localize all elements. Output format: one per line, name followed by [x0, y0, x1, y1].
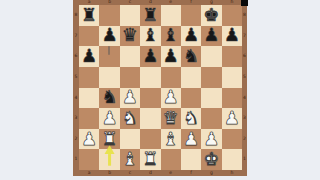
square-e3[interactable]: ♛ [161, 108, 181, 129]
square-g5[interactable] [201, 67, 221, 88]
square-a4[interactable] [79, 88, 99, 109]
square-e4[interactable]: ♟ [161, 88, 181, 109]
black-rook-d8[interactable]: ♜ [142, 6, 158, 25]
corner-marker [241, 0, 248, 6]
square-h7[interactable]: ♟ [222, 26, 242, 47]
white-pawn-h3[interactable]: ♟ [224, 109, 240, 128]
black-pawn-b7[interactable]: ♟ [101, 26, 117, 45]
white-king-g1[interactable]: ♚ [203, 150, 219, 169]
square-a3[interactable] [79, 108, 99, 129]
rank-label-2-right: 2 [242, 129, 247, 150]
white-bishop-e2[interactable]: ♝ [163, 130, 179, 149]
square-a7[interactable] [79, 26, 99, 47]
file-label-f-bottom: f [181, 170, 201, 176]
white-pawn-b3[interactable]: ♟ [101, 109, 117, 128]
rank-label-6-right: 6 [242, 46, 247, 67]
rank-label-3-right: 3 [242, 108, 247, 129]
square-d3[interactable] [140, 108, 160, 129]
square-f2[interactable]: ♟ [181, 129, 201, 150]
square-c3[interactable]: ♞ [120, 108, 140, 129]
square-d8[interactable]: ♜ [140, 5, 160, 26]
square-g2[interactable]: ♟ [201, 129, 221, 150]
black-pawn-a6[interactable]: ♟ [81, 47, 97, 66]
square-b3[interactable]: ♟ [99, 108, 119, 129]
white-pawn-g2[interactable]: ♟ [203, 130, 219, 149]
square-g8[interactable]: ♚ [201, 5, 221, 26]
black-rook-a8[interactable]: ♜ [81, 6, 97, 25]
square-d5[interactable] [140, 67, 160, 88]
square-f4[interactable] [181, 88, 201, 109]
file-label-e-bottom: e [161, 170, 181, 176]
rank-label-4-right: 4 [242, 88, 247, 109]
square-f6[interactable]: ♞ [181, 46, 201, 67]
black-pawn-g7[interactable]: ♟ [203, 26, 219, 45]
square-e6[interactable]: ♟ [161, 46, 181, 67]
white-knight-c3[interactable]: ♞ [122, 109, 138, 128]
artifact-mark [108, 46, 110, 55]
square-h6[interactable] [222, 46, 242, 67]
square-h5[interactable] [222, 67, 242, 88]
white-rook-d1[interactable]: ♜ [142, 150, 158, 169]
file-label-g-bottom: g [201, 170, 221, 176]
square-f3[interactable]: ♞ [181, 108, 201, 129]
square-e7[interactable]: ♝ [161, 26, 181, 47]
square-c1[interactable]: ♝ [120, 149, 140, 170]
square-c4[interactable]: ♟ [120, 88, 140, 109]
black-bishop-d7[interactable]: ♝ [142, 26, 158, 45]
white-pawn-c4[interactable]: ♟ [122, 88, 138, 107]
square-h1[interactable] [222, 149, 242, 170]
black-king-g8[interactable]: ♚ [203, 6, 219, 25]
page-background: { "game": "chess", "position": { "fen": … [0, 0, 320, 180]
file-label-c-bottom: c [120, 170, 140, 176]
square-h2[interactable] [222, 129, 242, 150]
white-knight-f3[interactable]: ♞ [183, 109, 199, 128]
square-c5[interactable] [120, 67, 140, 88]
square-c6[interactable] [120, 46, 140, 67]
file-label-d-bottom: d [140, 170, 160, 176]
square-f8[interactable] [181, 5, 201, 26]
square-b5[interactable] [99, 67, 119, 88]
square-d2[interactable] [140, 129, 160, 150]
black-pawn-f7[interactable]: ♟ [183, 26, 199, 45]
square-e1[interactable] [161, 149, 181, 170]
white-queen-e3[interactable]: ♛ [163, 109, 179, 128]
square-e2[interactable]: ♝ [161, 129, 181, 150]
square-a2[interactable]: ♟ [79, 129, 99, 150]
square-f7[interactable]: ♟ [181, 26, 201, 47]
white-pawn-f2[interactable]: ♟ [183, 130, 199, 149]
square-a5[interactable] [79, 67, 99, 88]
square-h8[interactable] [222, 5, 242, 26]
square-e5[interactable] [161, 67, 181, 88]
square-a8[interactable]: ♜ [79, 5, 99, 26]
square-h3[interactable]: ♟ [222, 108, 242, 129]
file-label-a-bottom: a [79, 170, 99, 176]
square-c8[interactable] [120, 5, 140, 26]
square-f5[interactable] [181, 67, 201, 88]
file-label-b-bottom: b [99, 170, 119, 176]
black-knight-f6[interactable]: ♞ [183, 47, 199, 66]
square-b1[interactable] [99, 149, 119, 170]
rank-label-5-right: 5 [242, 67, 247, 88]
white-bishop-c1[interactable]: ♝ [122, 150, 138, 169]
square-g4[interactable] [201, 88, 221, 109]
white-rook-b2[interactable]: ♜ [101, 130, 117, 149]
square-a6[interactable]: ♟ [79, 46, 99, 67]
square-b7[interactable]: ♟ [99, 26, 119, 47]
square-c2[interactable] [120, 129, 140, 150]
square-g7[interactable]: ♟ [201, 26, 221, 47]
rank-label-7-right: 7 [242, 26, 247, 47]
square-d1[interactable]: ♜ [140, 149, 160, 170]
black-pawn-e6[interactable]: ♟ [163, 47, 179, 66]
square-d7[interactable]: ♝ [140, 26, 160, 47]
black-pawn-h7[interactable]: ♟ [224, 26, 240, 45]
square-d6[interactable]: ♟ [140, 46, 160, 67]
black-knight-b4[interactable]: ♞ [101, 88, 117, 107]
square-g3[interactable] [201, 108, 221, 129]
square-f1[interactable] [181, 149, 201, 170]
square-b4[interactable]: ♞ [99, 88, 119, 109]
square-d4[interactable] [140, 88, 160, 109]
white-pawn-e4[interactable]: ♟ [163, 88, 179, 107]
black-queen-c7[interactable]: ♛ [122, 26, 138, 45]
square-g1[interactable]: ♚ [201, 149, 221, 170]
black-pawn-d6[interactable]: ♟ [142, 47, 158, 66]
white-pawn-a2[interactable]: ♟ [81, 130, 97, 149]
square-a1[interactable] [79, 149, 99, 170]
file-label-h-bottom: h [222, 170, 242, 176]
square-g6[interactable] [201, 46, 221, 67]
square-c7[interactable]: ♛ [120, 26, 140, 47]
rank-label-8-right: 8 [242, 5, 247, 26]
square-h4[interactable] [222, 88, 242, 109]
board-grid: ♜♜♚♟♛♝♝♟♟♟♟♟♟♞♞♟♟♟♞♛♞♟♟♜♝♟♟♝♜♚ [79, 5, 242, 170]
square-b2[interactable]: ♜ [99, 129, 119, 150]
square-b8[interactable] [99, 5, 119, 26]
chess-board: ♜♜♚♟♛♝♝♟♟♟♟♟♟♞♞♟♟♟♞♛♞♟♟♜♝♟♟♝♜♚ 887766554… [73, 0, 247, 176]
rank-label-1-right: 1 [242, 149, 247, 170]
black-bishop-e7[interactable]: ♝ [163, 26, 179, 45]
square-e8[interactable] [161, 5, 181, 26]
